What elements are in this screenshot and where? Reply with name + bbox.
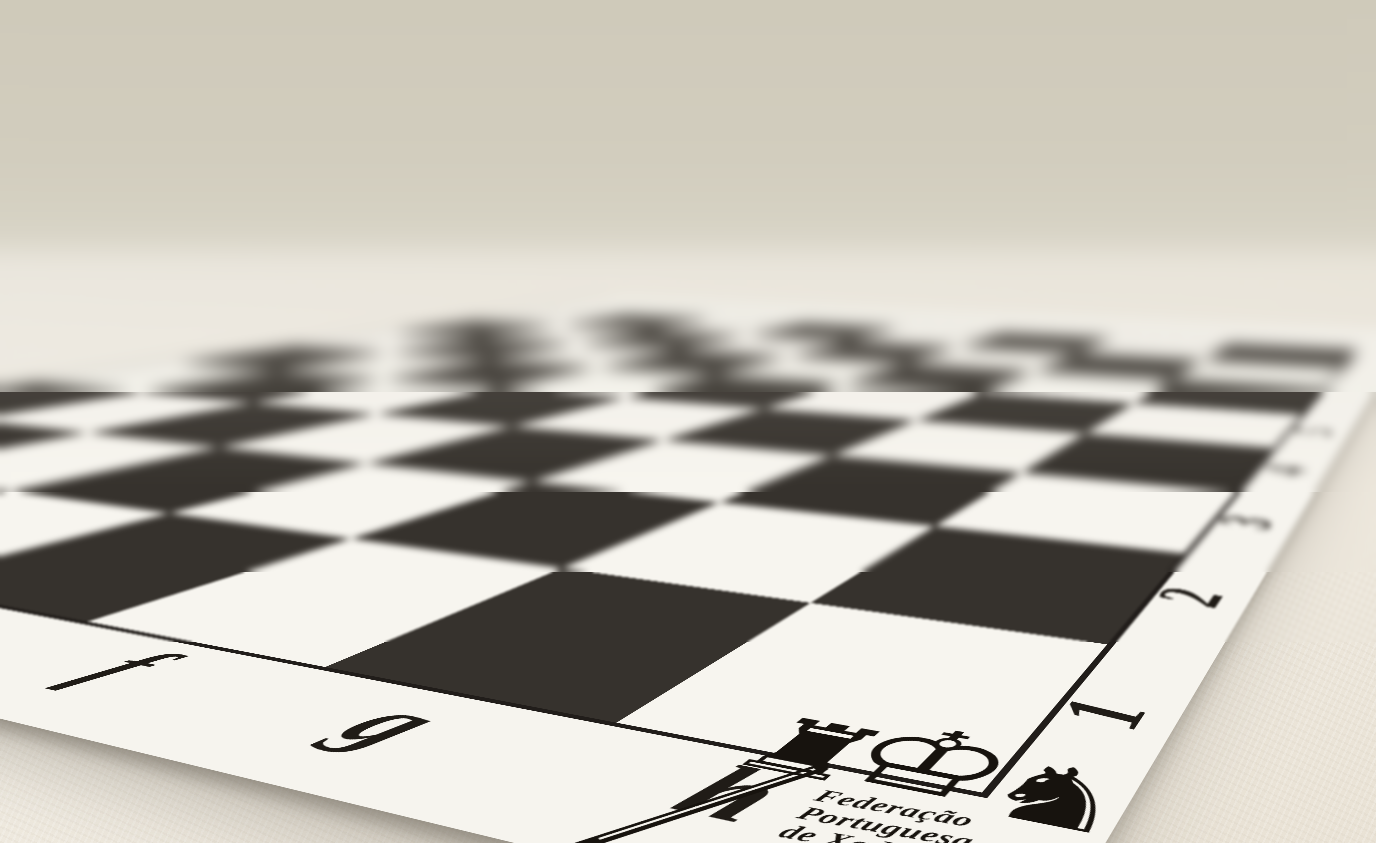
- rank-label-2: 2: [1132, 584, 1246, 610]
- file-label-g: g: [305, 690, 478, 761]
- rank-label-4: 4: [1244, 464, 1324, 477]
- rank-label-3: 3: [1198, 513, 1292, 531]
- photo-scene: fgh12345 ♜♔♞ Federação Portuguesa de Xad…: [0, 0, 1376, 843]
- file-label-f: f: [42, 641, 205, 695]
